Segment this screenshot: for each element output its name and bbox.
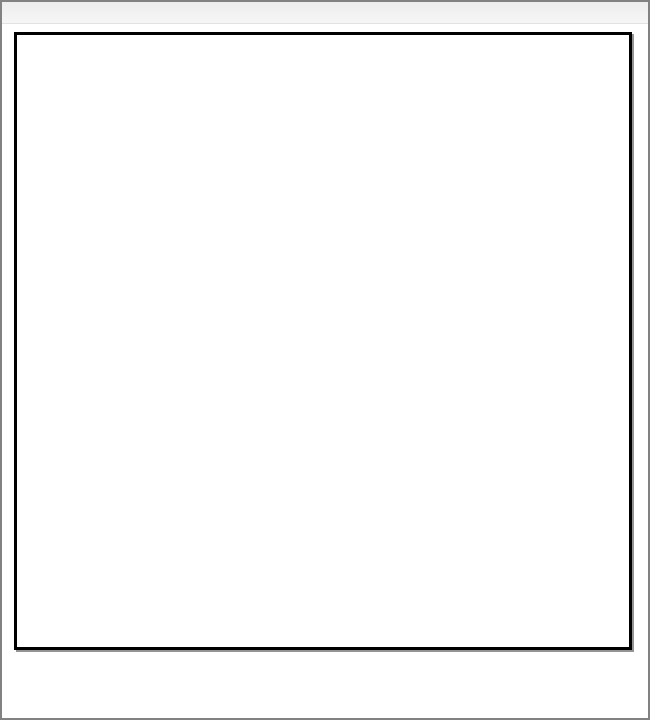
top-bar xyxy=(2,2,648,24)
sudoku-grid xyxy=(14,32,632,650)
sudoku-board xyxy=(14,32,632,650)
